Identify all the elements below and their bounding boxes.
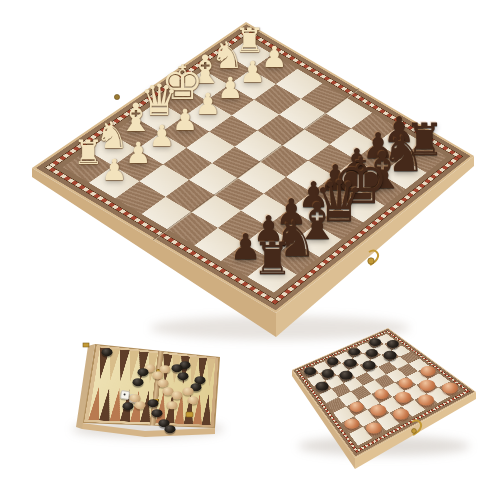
board-grid [302, 334, 462, 446]
hinge-icon [152, 399, 158, 407]
hinge-icon [156, 369, 162, 376]
chess-hinge-knob-icon [114, 94, 119, 99]
backgammon-board [82, 344, 220, 428]
chess-clasp-icon [368, 251, 378, 265]
product-photo-scene: ♜♞♝♛♚♝♞♜♟♟♟♟♟♟♟♟♟♟♟♟♟♟♟♟♜♞♝♛♚♝♞♜ [0, 0, 500, 493]
backgammon-latch-plate-icon [83, 343, 89, 347]
chess-board [32, 22, 474, 313]
